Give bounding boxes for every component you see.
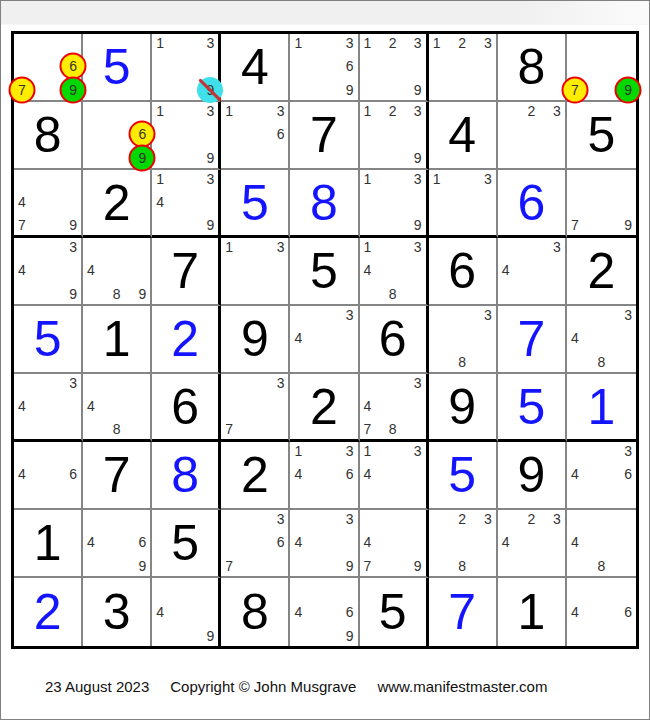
- mark-slot-9: 9: [195, 622, 214, 643]
- candidate-7: 7: [225, 559, 233, 573]
- cell-r8c1[interactable]: 1: [14, 510, 83, 578]
- mark-slot-9: 9: [57, 212, 77, 232]
- cell-r5c9[interactable]: 348: [567, 306, 636, 374]
- pencil-marks: 37: [225, 376, 284, 436]
- mark-slot-9: 9: [127, 145, 147, 165]
- mark-slot-1: [225, 512, 245, 532]
- candidate-3: 3: [207, 36, 215, 50]
- mark-slot-2: [383, 376, 402, 396]
- cell-r5c2[interactable]: 1: [83, 306, 152, 374]
- candidate-digit: 2: [458, 511, 466, 527]
- candidate-4: 4: [294, 467, 302, 481]
- cell-r6c3[interactable]: 6: [152, 374, 221, 442]
- cell-r8c5[interactable]: 349: [290, 510, 359, 578]
- cell-r5c1[interactable]: 5: [14, 306, 83, 374]
- candidate-7: 7: [364, 559, 372, 573]
- cell-r7c2[interactable]: 7: [83, 442, 152, 510]
- candidate-digit: 9: [138, 286, 146, 302]
- mark-slot-2: [314, 308, 334, 328]
- candidate-3: 3: [484, 36, 492, 50]
- cell-r3c9[interactable]: 79: [567, 170, 636, 238]
- mark-slot-1: [502, 104, 522, 124]
- cell-r2c2[interactable]: 69: [83, 102, 152, 170]
- mark-slot-2: [591, 512, 611, 532]
- cell-r9c2[interactable]: 3: [83, 578, 152, 646]
- cell-r6c9[interactable]: 1: [567, 374, 636, 442]
- cell-r2c5[interactable]: 7: [290, 102, 359, 170]
- mark-slot-9: [612, 485, 632, 505]
- mark-slot-8: [521, 281, 541, 301]
- mark-slot-7: [294, 349, 314, 369]
- mark-slot-4: [364, 124, 383, 144]
- mark-slot-1: [571, 444, 591, 464]
- mark-slot-4: 4: [571, 328, 591, 348]
- cell-r5c3[interactable]: 2: [152, 306, 221, 374]
- pencil-marks: 34: [18, 376, 77, 436]
- candidate-digit: 1: [364, 171, 372, 187]
- mark-slot-7: [364, 212, 383, 232]
- mark-slot-6: [541, 124, 561, 144]
- mark-slot-3: [127, 240, 147, 260]
- mark-slot-5: [107, 396, 127, 416]
- mark-slot-9: 9: [334, 553, 354, 573]
- cell-r7c7[interactable]: 5: [429, 442, 498, 510]
- mark-slot-6: [195, 601, 214, 622]
- candidate-digit: 1: [364, 35, 372, 51]
- cell-r2c1[interactable]: 8: [14, 102, 83, 170]
- candidate-2: 2: [527, 104, 535, 118]
- mark-slot-5: [314, 532, 334, 552]
- mark-slot-5: [176, 56, 195, 76]
- candidate-8: 8: [389, 287, 397, 301]
- cell-r3c7[interactable]: 13: [429, 170, 498, 238]
- cell-r4c8[interactable]: 34: [498, 238, 567, 306]
- candidate-digit: 9: [414, 82, 422, 98]
- pencil-marks: 1239: [364, 104, 422, 165]
- candidate-4: 4: [571, 331, 579, 345]
- candidate-digit: 7: [18, 82, 26, 98]
- mark-slot-7: [571, 622, 591, 643]
- mark-slot-4: 4: [294, 464, 314, 484]
- entered-digit: 6: [517, 178, 545, 228]
- mark-slot-9: 9: [195, 212, 214, 232]
- candidate-1: 1: [433, 172, 441, 186]
- mark-slot-8: [245, 416, 265, 436]
- candidate-digit: 7: [364, 558, 372, 574]
- entered-digit: 7: [448, 587, 476, 637]
- pencil-marks: 79: [571, 36, 632, 97]
- cell-r7c4[interactable]: 2: [221, 442, 290, 510]
- candidate-digit: 2: [527, 511, 535, 527]
- given-digit: 4: [241, 42, 269, 92]
- mark-slot-1: [571, 580, 591, 601]
- candidate-digit: 8: [598, 558, 606, 574]
- cell-r2c3[interactable]: 139: [152, 102, 221, 170]
- mark-slot-8: [591, 622, 611, 643]
- candidate-digit: 1: [364, 239, 372, 255]
- cell-r6c6[interactable]: 3478: [360, 374, 429, 442]
- mark-slot-5: [176, 192, 195, 212]
- mark-slot-3: 3: [334, 308, 354, 328]
- mark-slot-7: [156, 145, 175, 165]
- mark-slot-9: [472, 553, 492, 573]
- cell-r9c3[interactable]: 49: [152, 578, 221, 646]
- cell-r8c2[interactable]: 469: [83, 510, 152, 578]
- mark-slot-1: 1: [364, 444, 383, 464]
- candidate-3: 3: [346, 308, 354, 322]
- mark-slot-2: [314, 580, 334, 601]
- mark-slot-9: [472, 212, 492, 232]
- candidate-digit: 3: [484, 511, 492, 527]
- cell-r9c1[interactable]: 2: [14, 578, 83, 646]
- mark-slot-7: 7: [18, 77, 38, 97]
- cell-r3c2[interactable]: 2: [83, 170, 152, 238]
- cell-r1c2[interactable]: 5: [83, 34, 152, 102]
- cell-r1c3[interactable]: 139: [152, 34, 221, 102]
- cell-r1c6[interactable]: 1239: [360, 34, 429, 102]
- mark-slot-1: [364, 376, 383, 396]
- candidate-digit: 3: [277, 511, 285, 527]
- cell-r6c1[interactable]: 34: [14, 374, 83, 442]
- mark-slot-6: [402, 464, 421, 484]
- mark-slot-8: [245, 553, 265, 573]
- cell-r1c5[interactable]: 1369: [290, 34, 359, 102]
- mark-slot-1: [571, 512, 591, 532]
- candidate-3: 3: [277, 240, 285, 254]
- candidate-3: 3: [414, 36, 422, 50]
- mark-slot-2: 2: [383, 36, 402, 56]
- given-digit: 1: [517, 587, 545, 637]
- mark-slot-6: 6: [127, 532, 147, 552]
- cell-r4c7[interactable]: 6: [429, 238, 498, 306]
- candidate-digit: 9: [69, 217, 77, 233]
- mark-slot-5: [452, 532, 472, 552]
- candidate-8: 8: [113, 422, 121, 436]
- mark-slot-6: 6: [334, 464, 354, 484]
- cell-r8c6[interactable]: 479: [360, 510, 429, 578]
- pencil-marks: 1369: [294, 36, 353, 97]
- cell-r5c8[interactable]: 7: [498, 306, 567, 374]
- mark-slot-6: [334, 328, 354, 348]
- candidate-digit: 7: [225, 421, 233, 437]
- candidate-digit: 8: [458, 558, 466, 574]
- mark-slot-7: [502, 281, 522, 301]
- mark-slot-9: 9: [402, 212, 421, 232]
- candidate-9: 9: [624, 218, 632, 232]
- cell-r3c4[interactable]: 5: [221, 170, 290, 238]
- mark-slot-4: [364, 192, 383, 212]
- candidate-digit: 3: [414, 171, 422, 187]
- cell-r2c4[interactable]: 136: [221, 102, 290, 170]
- candidate-8: 8: [458, 355, 466, 369]
- cell-r8c7[interactable]: 238: [429, 510, 498, 578]
- candidate-digit: 9: [207, 217, 215, 233]
- mark-slot-4: 4: [156, 601, 175, 622]
- cell-r3c5[interactable]: 8: [290, 170, 359, 238]
- candidate-4: 4: [18, 195, 26, 209]
- cell-r6c8[interactable]: 5: [498, 374, 567, 442]
- cell-r7c3[interactable]: 8: [152, 442, 221, 510]
- candidate-digit: 4: [364, 534, 372, 550]
- cell-r3c8[interactable]: 6: [498, 170, 567, 238]
- candidate-digit: 8: [389, 421, 397, 437]
- candidate-digit: 6: [624, 604, 632, 620]
- cell-r3c3[interactable]: 1349: [152, 170, 221, 238]
- cell-r8c9[interactable]: 48: [567, 510, 636, 578]
- candidate-6: 6: [277, 535, 285, 549]
- mark-slot-2: 2: [521, 104, 541, 124]
- candidate-digit: 3: [484, 307, 492, 323]
- candidate-digit: 4: [294, 466, 302, 482]
- candidate-4: 4: [571, 535, 579, 549]
- candidate-digit: 3: [414, 443, 422, 459]
- given-digit: 2: [241, 450, 269, 500]
- candidate-4: 4: [87, 263, 95, 277]
- candidate-digit: 4: [87, 262, 95, 278]
- mark-slot-9: [57, 416, 77, 436]
- candidate-3: 3: [69, 376, 77, 390]
- candidate-digit: 1: [156, 35, 164, 51]
- cell-r8c3[interactable]: 5: [152, 510, 221, 578]
- given-digit: 5: [588, 110, 616, 160]
- pencil-marks: 23: [502, 104, 561, 165]
- candidate-digit: 8: [389, 286, 397, 302]
- sudoku-board[interactable]: 6795139413691239123879869139136712394235…: [11, 31, 639, 649]
- entered-digit: 5: [241, 178, 269, 228]
- mark-slot-8: [38, 416, 58, 436]
- candidate-9: 9: [138, 287, 146, 301]
- mark-slot-1: 1: [364, 104, 383, 124]
- candidate-6: 6: [346, 605, 354, 619]
- cell-r5c7[interactable]: 38: [429, 306, 498, 374]
- candidate-digit: 3: [69, 375, 77, 391]
- candidate-3: 3: [484, 308, 492, 322]
- cell-r9c7[interactable]: 7: [429, 578, 498, 646]
- cell-r4c1[interactable]: 349: [14, 238, 83, 306]
- cell-r8c8[interactable]: 234: [498, 510, 567, 578]
- pencil-marks: 679: [18, 36, 77, 97]
- candidate-1: 1: [156, 36, 164, 50]
- mark-slot-4: 4: [571, 464, 591, 484]
- cell-r2c8[interactable]: 23: [498, 102, 567, 170]
- mark-slot-7: [433, 77, 453, 97]
- candidate-9: 9: [207, 83, 215, 97]
- mark-slot-5: [38, 464, 58, 484]
- pencil-marks: 3478: [364, 376, 422, 436]
- cell-r7c8[interactable]: 9: [498, 442, 567, 510]
- mark-slot-6: [472, 56, 492, 76]
- mark-slot-3: 3: [334, 36, 354, 56]
- cell-r6c4[interactable]: 37: [221, 374, 290, 442]
- mark-slot-3: 3: [472, 308, 492, 328]
- candidate-digit: 4: [502, 534, 510, 550]
- cell-r1c1[interactable]: 679: [14, 34, 83, 102]
- cell-r9c9[interactable]: 46: [567, 578, 636, 646]
- mark-slot-3: 3: [402, 240, 421, 260]
- mark-slot-6: [472, 532, 492, 552]
- cell-r7c5[interactable]: 1346: [290, 442, 359, 510]
- cell-r7c1[interactable]: 46: [14, 442, 83, 510]
- pencil-marks: 139: [156, 36, 214, 97]
- cell-r6c2[interactable]: 48: [83, 374, 152, 442]
- candidate-digit: 9: [207, 628, 215, 644]
- mark-slot-3: [57, 444, 77, 464]
- pencil-marks: 79: [571, 172, 632, 232]
- candidate-9: 9: [138, 151, 146, 165]
- cell-r4c4[interactable]: 13: [221, 238, 290, 306]
- cell-r4c5[interactable]: 5: [290, 238, 359, 306]
- candidate-7: 7: [225, 422, 233, 436]
- mark-slot-8: [383, 485, 402, 505]
- candidate-digit: 4: [364, 262, 372, 278]
- mark-slot-5: [452, 56, 472, 76]
- cell-r3c6[interactable]: 139: [360, 170, 429, 238]
- candidate-1: 1: [225, 104, 233, 118]
- mark-slot-5: [176, 124, 195, 144]
- mark-slot-8: [314, 77, 334, 97]
- mark-slot-4: [571, 56, 591, 76]
- cell-r4c2[interactable]: 489: [83, 238, 152, 306]
- pencil-marks: 49: [156, 580, 214, 643]
- cell-r3c1[interactable]: 479: [14, 170, 83, 238]
- cell-r2c6[interactable]: 1239: [360, 102, 429, 170]
- candidate-digit: 3: [207, 103, 215, 119]
- cell-r7c6[interactable]: 134: [360, 442, 429, 510]
- candidate-digit: 6: [138, 534, 146, 550]
- mark-slot-5: [383, 260, 402, 280]
- mark-slot-8: [591, 485, 611, 505]
- mark-slot-8: [314, 622, 334, 643]
- mark-slot-5: [591, 328, 611, 348]
- candidate-digit: 3: [277, 375, 285, 391]
- mark-slot-7: [433, 553, 453, 573]
- candidate-digit: 4: [571, 534, 579, 550]
- cell-r9c5[interactable]: 469: [290, 578, 359, 646]
- mark-slot-6: 6: [57, 56, 77, 76]
- candidate-digit: 1: [294, 35, 302, 51]
- mark-slot-7: [87, 553, 107, 573]
- candidate-1: 1: [294, 36, 302, 50]
- cell-r4c9[interactable]: 2: [567, 238, 636, 306]
- mark-slot-4: [294, 56, 314, 76]
- cell-r8c4[interactable]: 367: [221, 510, 290, 578]
- candidate-6: 6: [624, 467, 632, 481]
- given-digit: 9: [448, 382, 476, 432]
- candidate-digit: 3: [414, 375, 422, 391]
- cell-r4c3[interactable]: 7: [152, 238, 221, 306]
- mark-slot-1: [156, 580, 175, 601]
- pencil-marks: 134: [364, 444, 422, 505]
- mark-slot-2: [383, 172, 402, 192]
- mark-slot-8: [176, 212, 195, 232]
- candidate-6: 6: [624, 605, 632, 619]
- mark-slot-5: [383, 532, 402, 552]
- mark-slot-3: 3: [541, 240, 561, 260]
- pencil-marks: 469: [87, 512, 146, 573]
- given-digit: 8: [34, 110, 62, 160]
- cell-r5c6[interactable]: 6: [360, 306, 429, 374]
- cell-r9c8[interactable]: 1: [498, 578, 567, 646]
- candidate-digit: 6: [138, 126, 146, 142]
- cell-r6c7[interactable]: 9: [429, 374, 498, 442]
- mark-slot-3: 3: [402, 172, 421, 192]
- candidate-2: 2: [389, 36, 397, 50]
- cell-r7c9[interactable]: 346: [567, 442, 636, 510]
- mark-slot-9: [265, 416, 285, 436]
- cell-r2c9[interactable]: 5: [567, 102, 636, 170]
- mark-slot-3: 3: [472, 512, 492, 532]
- cell-r4c6[interactable]: 1348: [360, 238, 429, 306]
- cell-r1c4[interactable]: 4: [221, 34, 290, 102]
- mark-slot-4: 4: [294, 601, 314, 622]
- mark-slot-3: 3: [265, 376, 285, 396]
- cell-r1c7[interactable]: 123: [429, 34, 498, 102]
- mark-slot-1: [18, 172, 38, 192]
- pencil-marks: 348: [571, 308, 632, 369]
- mark-slot-3: 3: [195, 36, 214, 56]
- candidate-4: 4: [294, 535, 302, 549]
- cell-r9c4[interactable]: 8: [221, 578, 290, 646]
- mark-slot-8: 8: [107, 281, 127, 301]
- mark-slot-4: 4: [18, 192, 38, 212]
- candidate-digit: 2: [527, 103, 535, 119]
- candidate-4: 4: [502, 263, 510, 277]
- pencil-marks: 1349: [156, 172, 214, 232]
- mark-slot-7: 7: [571, 77, 591, 97]
- mark-slot-6: [612, 328, 632, 348]
- cell-r5c5[interactable]: 34: [290, 306, 359, 374]
- candidate-1: 1: [294, 444, 302, 458]
- candidate-digit: 6: [69, 466, 77, 482]
- cell-r2c7[interactable]: 4: [429, 102, 498, 170]
- candidate-2: 2: [458, 512, 466, 526]
- mark-slot-8: 8: [107, 416, 127, 436]
- cell-r1c8[interactable]: 8: [498, 34, 567, 102]
- cell-r5c4[interactable]: 9: [221, 306, 290, 374]
- mark-slot-2: [245, 512, 265, 532]
- mark-slot-6: 6: [265, 532, 285, 552]
- candidate-4: 4: [502, 535, 510, 549]
- candidate-digit: 9: [346, 558, 354, 574]
- candidate-9: 9: [69, 287, 77, 301]
- candidate-9: 9: [346, 83, 354, 97]
- mark-slot-2: [176, 580, 195, 601]
- candidate-9: 9: [414, 83, 422, 97]
- mark-slot-4: 4: [571, 532, 591, 552]
- mark-slot-7: [502, 553, 522, 573]
- mark-slot-4: [571, 192, 591, 212]
- mark-slot-4: 4: [571, 601, 591, 622]
- candidate-digit: 2: [389, 35, 397, 51]
- cell-r9c6[interactable]: 5: [360, 578, 429, 646]
- mark-slot-9: 9: [402, 145, 421, 165]
- candidate-digit: 4: [294, 330, 302, 346]
- candidate-digit: 4: [156, 604, 164, 620]
- mark-slot-8: [245, 281, 265, 301]
- cell-r6c5[interactable]: 2: [290, 374, 359, 442]
- cell-r1c9[interactable]: 79: [567, 34, 636, 102]
- mark-slot-6: [127, 396, 147, 416]
- candidate-digit: 6: [277, 126, 285, 142]
- mark-slot-3: 3: [402, 376, 421, 396]
- mark-slot-7: [294, 622, 314, 643]
- candidate-3: 3: [414, 376, 422, 390]
- candidate-4: 4: [364, 535, 372, 549]
- mark-slot-5: [38, 396, 58, 416]
- mark-slot-1: [571, 308, 591, 328]
- mark-slot-4: 4: [18, 464, 38, 484]
- candidate-3: 3: [484, 512, 492, 526]
